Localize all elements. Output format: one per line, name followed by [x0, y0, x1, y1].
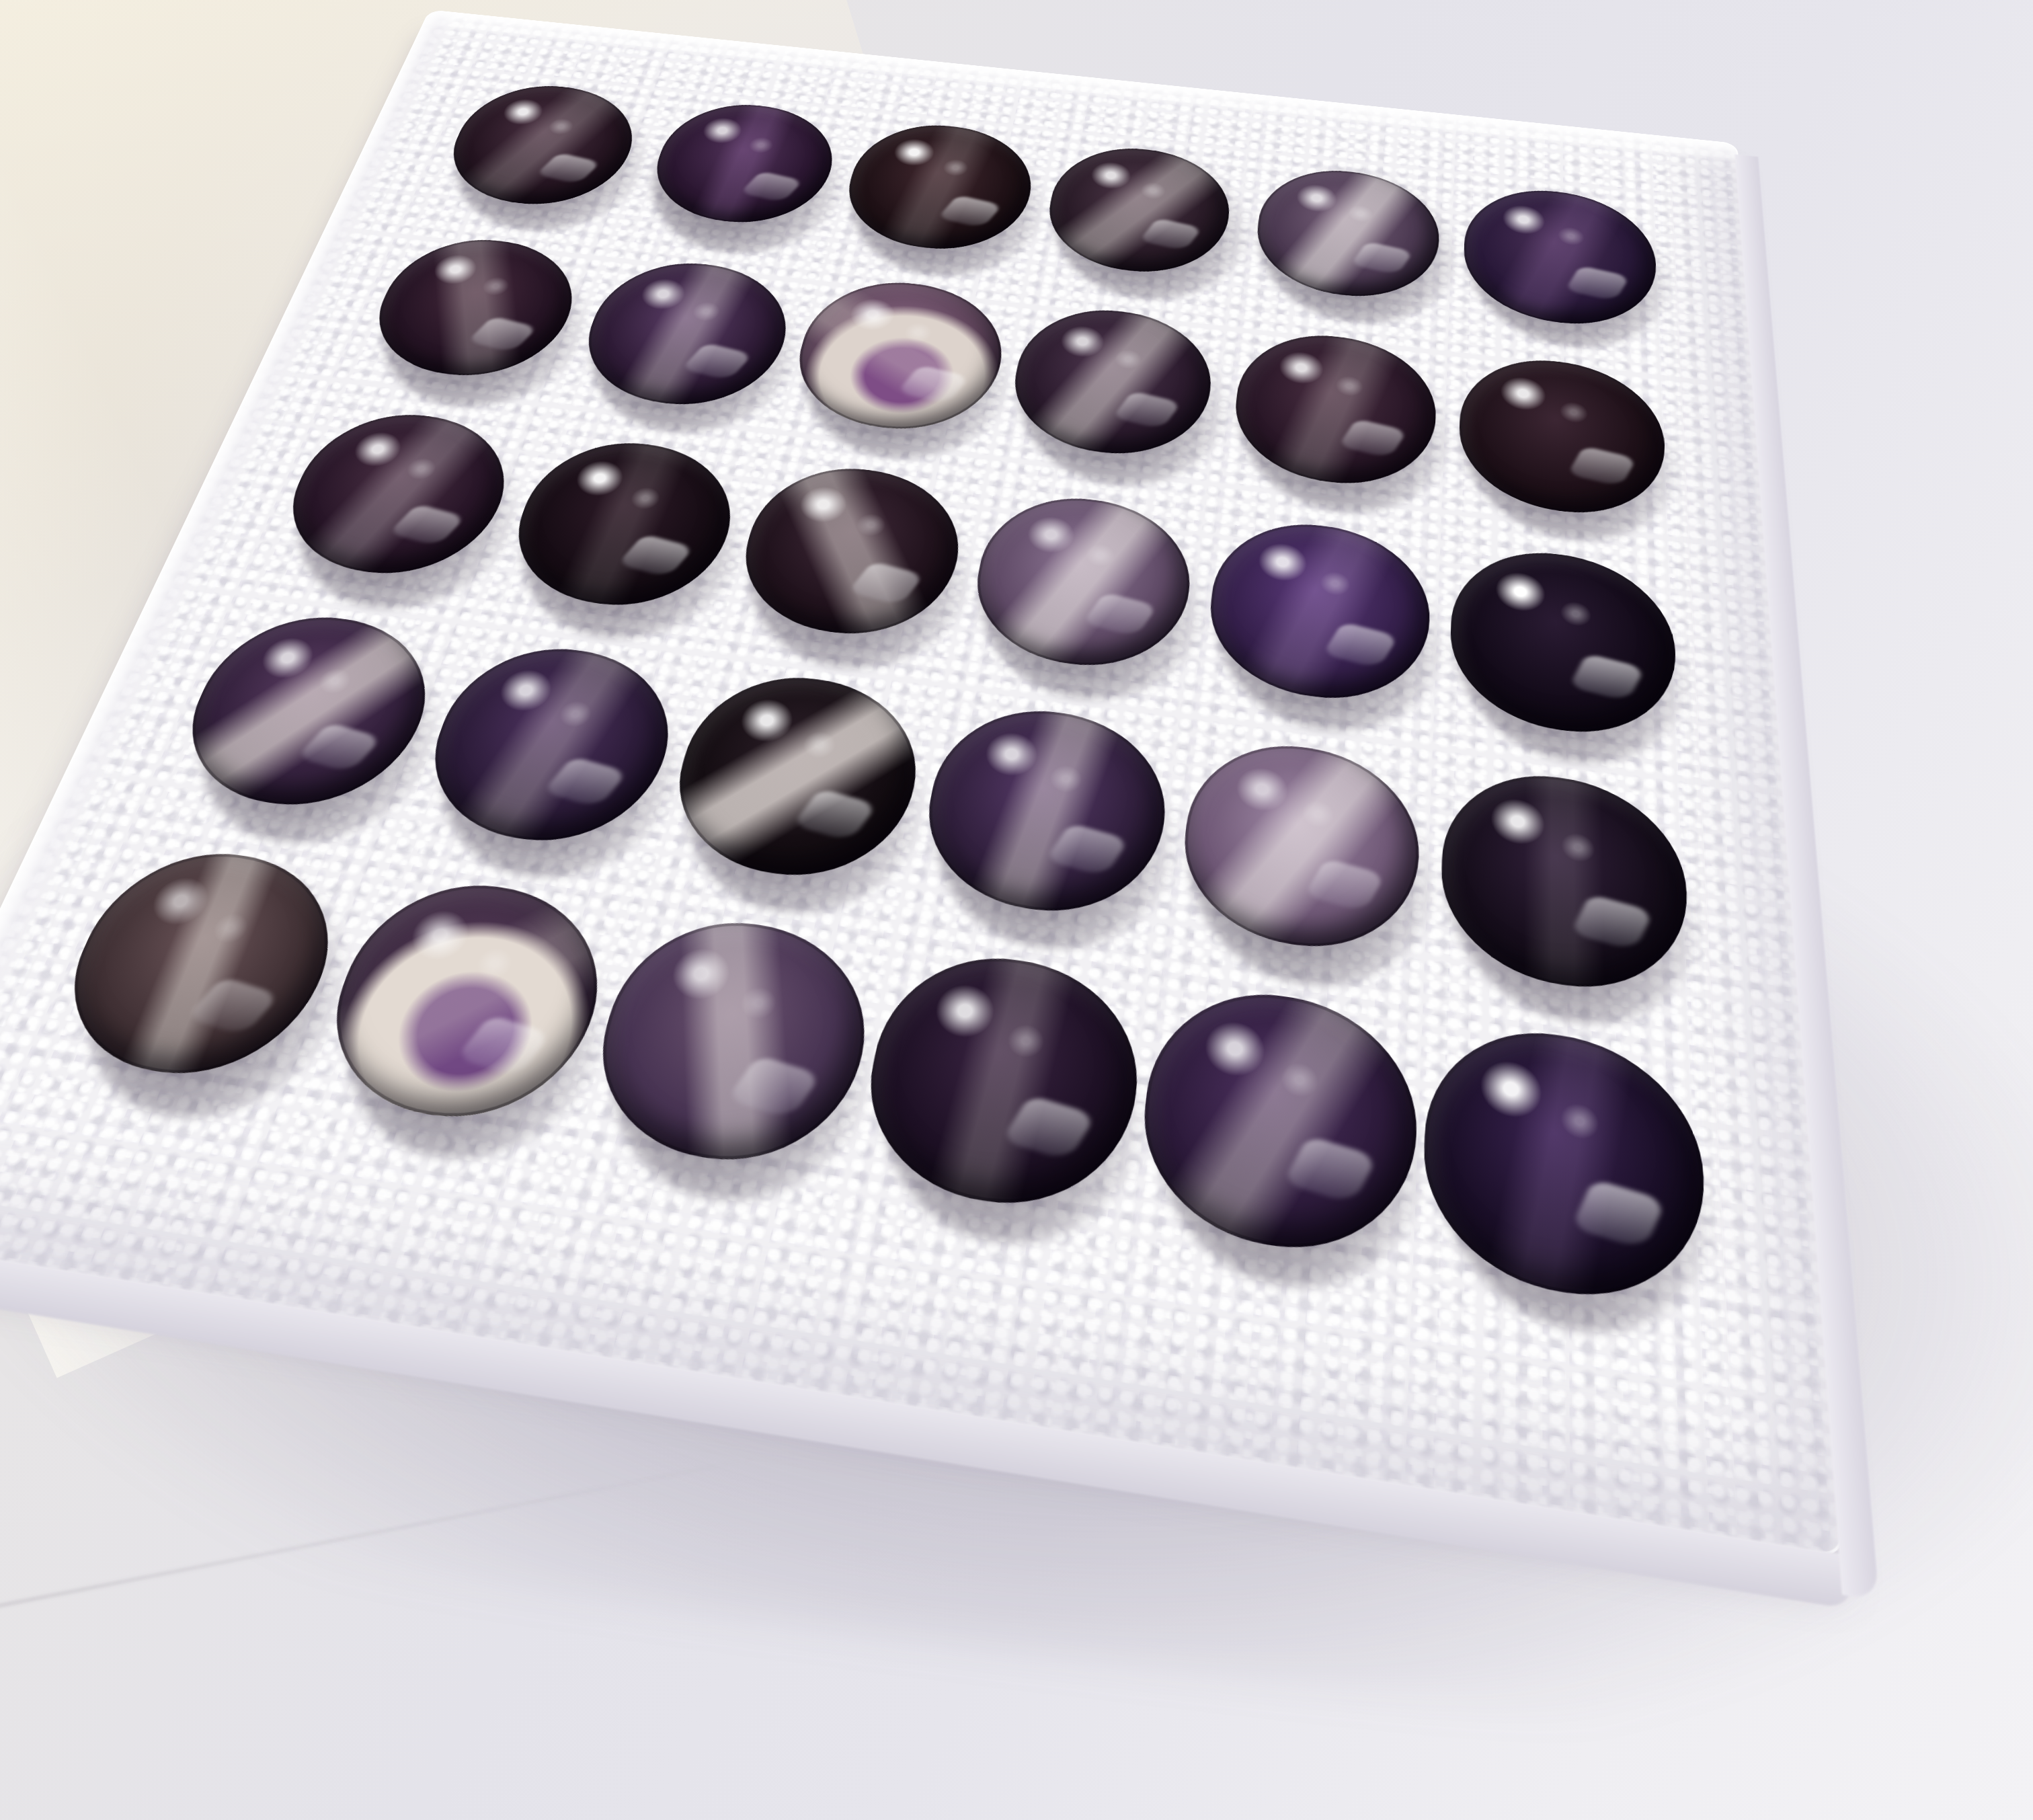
tray-socket — [1156, 703, 1433, 990]
tray-socket — [1441, 325, 1674, 543]
tray-socket — [1423, 735, 1695, 1029]
cabochon-stone — [1174, 734, 1423, 961]
cabochon-stone — [657, 666, 933, 890]
cabochon-stone — [356, 231, 592, 385]
cabochon-stone — [1131, 979, 1421, 1267]
cabochon-stone — [1438, 763, 1691, 1002]
tray-socket — [1234, 139, 1454, 325]
tray-socket — [988, 278, 1234, 488]
cabochon-stone — [160, 606, 452, 819]
cabochon-stone — [963, 488, 1199, 678]
cabochon-stone — [575, 908, 885, 1177]
cabochon-stone — [266, 405, 528, 585]
tray-socket — [896, 672, 1187, 953]
cabochon-stone — [1251, 163, 1441, 305]
cabochon-stone — [727, 459, 973, 646]
tray-socket — [1433, 516, 1684, 767]
tray-socket — [1448, 159, 1666, 350]
tray-socket — [1212, 302, 1448, 516]
cabochon-stone — [912, 699, 1176, 926]
cabochon-stone — [37, 840, 360, 1090]
tray-socket — [1025, 118, 1254, 303]
cabochon-stone — [1003, 301, 1219, 464]
cabochon-stone — [1448, 542, 1679, 746]
cabochon-stone — [1458, 351, 1668, 524]
tray-socket — [1187, 488, 1441, 735]
cabochon-stone — [433, 79, 650, 213]
cabochon-stone — [1228, 326, 1439, 493]
cabochon-stone — [1201, 514, 1433, 711]
cabochon-stone — [783, 274, 1014, 440]
cabochon-stone — [640, 97, 847, 231]
tray-socket — [1411, 990, 1708, 1338]
cabochon-stone — [850, 943, 1150, 1222]
tray-socket — [1121, 953, 1423, 1293]
tray-socket — [838, 917, 1156, 1249]
cabochon-stone — [834, 118, 1041, 258]
cabochon-stone — [1039, 141, 1236, 280]
cabochon-stone — [1420, 1017, 1710, 1314]
tray-socket — [945, 462, 1212, 703]
cabochon-stone — [568, 254, 803, 414]
cabochon-stone — [495, 433, 750, 617]
cabochon-stone — [1462, 182, 1659, 333]
photo-scene — [0, 0, 2033, 1820]
